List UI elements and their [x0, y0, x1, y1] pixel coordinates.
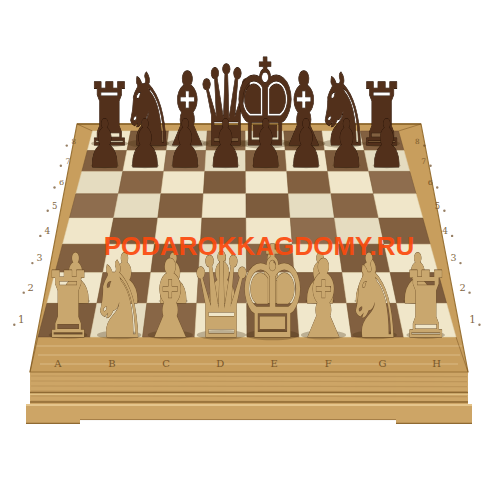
frame-inlay-dot [47, 210, 49, 212]
square-g5[interactable] [331, 194, 379, 218]
rank-label-left-6: 6 [59, 177, 64, 187]
file-label-a: A [53, 358, 62, 369]
rank-label-left-4: 4 [44, 226, 50, 236]
file-label-h: H [432, 358, 441, 369]
frame-inlay-dot [436, 186, 438, 188]
rank-label-right-3: 3 [450, 252, 456, 263]
square-e5[interactable] [246, 194, 290, 218]
rank-label-left-2: 2 [28, 282, 34, 293]
piece-black-pawn-h7[interactable]: ♟ [368, 106, 405, 183]
piece-white-rook-a1[interactable]: ♜ [43, 252, 94, 359]
piece-black-pawn-e7[interactable]: ♟ [247, 106, 284, 183]
square-c5[interactable] [158, 194, 204, 218]
piece-black-pawn-a7[interactable]: ♟ [86, 106, 123, 183]
frame-inlay-dot [468, 291, 470, 293]
square-d5[interactable] [202, 194, 246, 218]
rank-label-right-8: 8 [415, 137, 420, 146]
frame-inlay-dot [423, 144, 425, 146]
square-a5[interactable] [69, 194, 118, 218]
rank-label-right-2: 2 [459, 282, 465, 293]
frame-inlay-dot [13, 324, 15, 326]
rank-label-left-5: 5 [52, 201, 57, 211]
square-h5[interactable] [374, 194, 423, 218]
piece-white-knight-g1[interactable]: ♞ [345, 238, 404, 362]
rank-label-left-3: 3 [36, 252, 42, 263]
square-f5[interactable] [288, 194, 334, 218]
frame-inlay-dot [443, 210, 445, 212]
frame-inlay-dot [478, 324, 480, 326]
piece-white-knight-b1[interactable]: ♞ [90, 238, 149, 362]
frame-inlay-dot [31, 262, 33, 264]
piece-black-pawn-f7[interactable]: ♟ [288, 106, 325, 183]
rank-label-right-4: 4 [442, 226, 448, 236]
rank-label-left-8: 8 [71, 137, 76, 146]
frame-inlay-dot [459, 262, 461, 264]
rank-label-right-5: 5 [435, 201, 440, 211]
piece-black-pawn-b7[interactable]: ♟ [127, 106, 164, 183]
frame-inlay-dot [53, 186, 55, 188]
piece-black-pawn-d7[interactable]: ♟ [207, 106, 244, 183]
rank-label-left-1: 1 [18, 313, 25, 325]
frame-inlay-dot [66, 144, 68, 146]
chess-board: ABCDEFGH8877665544332211♜♞♝♛♚♝♞♜♟♟♟♟♟♟♟♟… [0, 0, 500, 500]
piece-white-bishop-f1[interactable]: ♝ [294, 237, 354, 362]
square-b5[interactable] [114, 194, 161, 218]
rank-label-left-7: 7 [65, 157, 70, 166]
frame-inlay-dot [60, 165, 62, 167]
chess-set-photo: ABCDEFGH8877665544332211♜♞♝♛♚♝♞♜♟♟♟♟♟♟♟♟… [0, 0, 500, 500]
rank-label-right-6: 6 [428, 177, 433, 187]
piece-black-pawn-c7[interactable]: ♟ [167, 106, 204, 183]
piece-black-pawn-g7[interactable]: ♟ [328, 106, 365, 183]
frame-inlay-dot [39, 235, 41, 237]
rank-label-right-7: 7 [421, 157, 426, 166]
piece-white-rook-h1[interactable]: ♜ [400, 252, 451, 359]
frame-inlay-dot [429, 165, 431, 167]
frame-inlay-dot [23, 291, 25, 293]
rank-label-right-1: 1 [469, 313, 476, 325]
frame-inlay-dot [451, 235, 453, 237]
